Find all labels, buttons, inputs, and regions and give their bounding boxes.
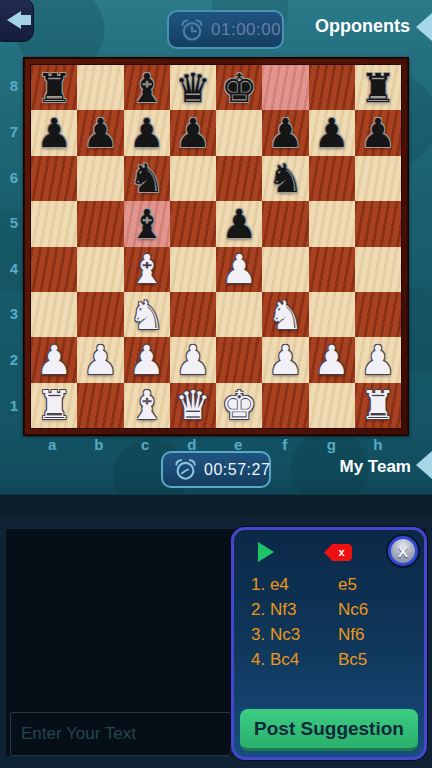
- back-arrow-icon: [7, 11, 21, 29]
- square-c8[interactable]: ♝: [124, 65, 170, 110]
- square-h6[interactable]: [355, 156, 401, 201]
- rank-label-2: 2: [6, 337, 22, 383]
- opponents-arrow-icon[interactable]: [416, 13, 432, 41]
- white-pawn[interactable]: ♟: [221, 249, 257, 289]
- file-label-g: g: [308, 436, 355, 454]
- square-c3[interactable]: ♞: [124, 292, 170, 337]
- black-rook[interactable]: ♜: [36, 68, 72, 108]
- alarm-clock-icon: [179, 17, 205, 43]
- square-h3[interactable]: [355, 292, 401, 337]
- accept-play-icon[interactable]: [258, 542, 274, 562]
- square-g4[interactable]: [309, 247, 355, 292]
- square-a8[interactable]: ♜: [31, 65, 77, 110]
- square-a5[interactable]: [31, 201, 77, 246]
- black-king[interactable]: ♚: [221, 68, 257, 108]
- opponent-clock-time: 01:00:00: [211, 20, 281, 40]
- square-b5[interactable]: [77, 201, 123, 246]
- rank-label-1: 1: [6, 382, 22, 428]
- rank-label-6: 6: [6, 154, 22, 200]
- file-label-b: b: [76, 436, 123, 454]
- rank-label-8: 8: [6, 63, 22, 109]
- square-b4[interactable]: [77, 247, 123, 292]
- square-d5[interactable]: [170, 201, 216, 246]
- file-label-a: a: [29, 436, 76, 454]
- square-e2[interactable]: [216, 337, 262, 382]
- square-f7[interactable]: ♟: [262, 110, 308, 155]
- my-team-arrow-icon[interactable]: [416, 451, 432, 479]
- file-label-h: h: [355, 436, 402, 454]
- rank-label-3: 3: [6, 291, 22, 337]
- suggestion-panel: x X 1. e4e52. Nf3Nc63. Nc3Nf64. Bc4Bc5 P…: [231, 527, 427, 760]
- black-bishop[interactable]: ♝: [129, 68, 165, 108]
- my-clock-time: 00:57:27: [204, 461, 270, 479]
- square-e6[interactable]: [216, 156, 262, 201]
- square-f8[interactable]: [262, 65, 308, 110]
- black-pawn[interactable]: ♟: [360, 113, 396, 153]
- square-g7[interactable]: ♟: [309, 110, 355, 155]
- white-move-3[interactable]: 3. Nc3: [251, 625, 338, 645]
- square-h5[interactable]: [355, 201, 401, 246]
- white-pawn[interactable]: ♟: [267, 340, 303, 380]
- white-move-2[interactable]: 2. Nf3: [251, 600, 338, 620]
- black-bishop[interactable]: ♝: [129, 204, 165, 244]
- white-bishop[interactable]: ♝: [129, 249, 165, 289]
- square-e1[interactable]: ♚: [216, 383, 262, 428]
- board-frame: ♜♝♛♚♜♟♟♟♟♟♟♟♞♞♝♟♝♟♞♞♟♟♟♟♟♟♟♜♝♛♚♜: [23, 57, 409, 436]
- square-e3[interactable]: [216, 292, 262, 337]
- square-e4[interactable]: ♟: [216, 247, 262, 292]
- move-row-2: 2. Nf3Nc6: [251, 597, 416, 622]
- square-f2[interactable]: ♟: [262, 337, 308, 382]
- black-move-1[interactable]: e5: [338, 575, 416, 595]
- my-clock: 00:57:27: [161, 451, 271, 488]
- move-row-1: 1. e4e5: [251, 572, 416, 597]
- white-pawn[interactable]: ♟: [314, 340, 350, 380]
- square-d2[interactable]: ♟: [170, 337, 216, 382]
- square-a7[interactable]: ♟: [31, 110, 77, 155]
- black-pawn[interactable]: ♟: [82, 113, 118, 153]
- black-rook[interactable]: ♜: [360, 68, 396, 108]
- square-c1[interactable]: ♝: [124, 383, 170, 428]
- black-move-3[interactable]: Nf6: [338, 625, 416, 645]
- black-move-2[interactable]: Nc6: [338, 600, 416, 620]
- chat-text-input[interactable]: [10, 712, 231, 756]
- square-f6[interactable]: ♞: [262, 156, 308, 201]
- white-knight[interactable]: ♞: [267, 295, 303, 335]
- square-a2[interactable]: ♟: [31, 337, 77, 382]
- black-pawn[interactable]: ♟: [36, 113, 72, 153]
- file-label-c: c: [122, 436, 169, 454]
- white-move-4[interactable]: 4. Bc4: [251, 650, 338, 670]
- white-bishop[interactable]: ♝: [129, 385, 165, 425]
- black-pawn[interactable]: ♟: [267, 113, 303, 153]
- black-queen[interactable]: ♛: [175, 68, 211, 108]
- post-suggestion-button[interactable]: Post Suggestion: [240, 709, 418, 751]
- close-x-icon: X: [398, 543, 408, 560]
- rank-label-4: 4: [6, 246, 22, 292]
- square-g2[interactable]: ♟: [309, 337, 355, 382]
- black-knight[interactable]: ♞: [129, 158, 165, 198]
- square-h4[interactable]: [355, 247, 401, 292]
- square-d1[interactable]: ♛: [170, 383, 216, 428]
- square-b1[interactable]: [77, 383, 123, 428]
- square-f4[interactable]: [262, 247, 308, 292]
- square-g5[interactable]: [309, 201, 355, 246]
- square-c5[interactable]: ♝: [124, 201, 170, 246]
- rank-label-5: 5: [6, 200, 22, 246]
- alarm-clock-icon: [173, 457, 198, 482]
- white-rook[interactable]: ♜: [36, 385, 72, 425]
- square-c6[interactable]: ♞: [124, 156, 170, 201]
- white-move-1[interactable]: 1. e4: [251, 575, 338, 595]
- file-label-f: f: [262, 436, 309, 454]
- square-c4[interactable]: ♝: [124, 247, 170, 292]
- square-a4[interactable]: [31, 247, 77, 292]
- move-list: 1. e4e52. Nf3Nc63. Nc3Nf64. Bc4Bc5: [251, 572, 416, 672]
- square-h2[interactable]: ♟: [355, 337, 401, 382]
- white-pawn[interactable]: ♟: [175, 340, 211, 380]
- white-pawn[interactable]: ♟: [82, 340, 118, 380]
- square-a6[interactable]: [31, 156, 77, 201]
- black-pawn[interactable]: ♟: [129, 113, 165, 153]
- square-b3[interactable]: [77, 292, 123, 337]
- square-d8[interactable]: ♛: [170, 65, 216, 110]
- square-e7[interactable]: [216, 110, 262, 155]
- rank-label-7: 7: [6, 109, 22, 155]
- white-knight[interactable]: ♞: [129, 295, 165, 335]
- black-pawn[interactable]: ♟: [175, 113, 211, 153]
- square-a1[interactable]: ♜: [31, 383, 77, 428]
- white-pawn[interactable]: ♟: [360, 340, 396, 380]
- close-panel-button[interactable]: X: [388, 536, 418, 566]
- square-a3[interactable]: [31, 292, 77, 337]
- reject-x-glyph: x: [338, 547, 344, 558]
- move-row-3: 3. Nc3Nf6: [251, 622, 416, 647]
- square-b7[interactable]: ♟: [77, 110, 123, 155]
- square-g8[interactable]: [309, 65, 355, 110]
- square-d4[interactable]: [170, 247, 216, 292]
- square-e5[interactable]: ♟: [216, 201, 262, 246]
- back-button[interactable]: [0, 0, 34, 42]
- white-pawn[interactable]: ♟: [36, 340, 72, 380]
- white-rook[interactable]: ♜: [360, 385, 396, 425]
- white-king[interactable]: ♚: [221, 385, 257, 425]
- square-d7[interactable]: ♟: [170, 110, 216, 155]
- move-row-4: 4. Bc4Bc5: [251, 647, 416, 672]
- chess-app-screen: 01:00:00 Opponents 87654321 ♜♝♛♚♜♟♟♟♟♟♟♟…: [0, 0, 432, 768]
- reject-x-icon[interactable]: x: [324, 544, 352, 561]
- square-h1[interactable]: ♜: [355, 383, 401, 428]
- square-f1[interactable]: [262, 383, 308, 428]
- square-g6[interactable]: [309, 156, 355, 201]
- square-c2[interactable]: ♟: [124, 337, 170, 382]
- square-f5[interactable]: [262, 201, 308, 246]
- square-h7[interactable]: ♟: [355, 110, 401, 155]
- square-b8[interactable]: [77, 65, 123, 110]
- black-pawn[interactable]: ♟: [314, 113, 350, 153]
- white-queen[interactable]: ♛: [175, 385, 211, 425]
- square-g1[interactable]: [309, 383, 355, 428]
- opponents-label: Opponents: [315, 16, 410, 37]
- my-team-label: My Team: [340, 457, 412, 477]
- square-c7[interactable]: ♟: [124, 110, 170, 155]
- square-g3[interactable]: [309, 292, 355, 337]
- black-move-4[interactable]: Bc5: [338, 650, 416, 670]
- square-b6[interactable]: [77, 156, 123, 201]
- square-d3[interactable]: [170, 292, 216, 337]
- rank-labels: 87654321: [6, 63, 22, 428]
- square-e8[interactable]: ♚: [216, 65, 262, 110]
- black-pawn[interactable]: ♟: [221, 204, 257, 244]
- square-b2[interactable]: ♟: [77, 337, 123, 382]
- square-h8[interactable]: ♜: [355, 65, 401, 110]
- black-knight[interactable]: ♞: [267, 158, 303, 198]
- chess-board: ♜♝♛♚♜♟♟♟♟♟♟♟♞♞♝♟♝♟♞♞♟♟♟♟♟♟♟♜♝♛♚♜: [30, 64, 402, 429]
- square-d6[interactable]: [170, 156, 216, 201]
- opponent-clock: 01:00:00: [167, 10, 284, 49]
- white-pawn[interactable]: ♟: [129, 340, 165, 380]
- square-f3[interactable]: ♞: [262, 292, 308, 337]
